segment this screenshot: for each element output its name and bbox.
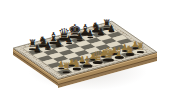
black-pawn: ♟	[33, 44, 41, 53]
chess-set-photo: ♜♞♝♛♚♝♞♜♟♟♟♟♟♟♟♟♟♟♟♟♟♟♟♟♜♞♝♛♚♝♞♜	[0, 0, 175, 105]
black-pawn: ♟	[75, 32, 83, 41]
black-pawn: ♟	[54, 38, 62, 47]
black-pawn: ♟	[86, 29, 94, 38]
white-rook: ♜	[61, 62, 70, 72]
white-queen: ♛	[91, 50, 103, 64]
black-pawn: ♟	[107, 24, 115, 33]
white-bishop: ♝	[81, 55, 92, 67]
white-knight: ♞	[124, 44, 134, 55]
black-pawn: ♟	[44, 41, 52, 50]
black-pawn: ♟	[97, 27, 105, 36]
black-pawn: ♟	[65, 35, 73, 44]
white-knight: ♞	[71, 58, 81, 69]
white-rook: ♜	[135, 42, 144, 52]
